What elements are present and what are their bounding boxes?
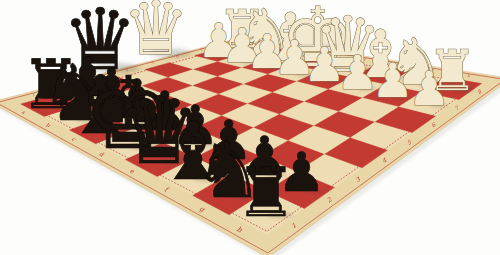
chess-product-photo: abcdefgh1234567812345678abcdefgh♜♛♞♟♝♟♚♛… [0,0,500,255]
black-rook-h1: ♜ [236,153,297,232]
white-pawn-h7: ♟ [408,61,450,116]
board-photo-svg: abcdefgh1234567812345678abcdefgh♜♛♞♟♝♟♚♛… [0,0,500,255]
